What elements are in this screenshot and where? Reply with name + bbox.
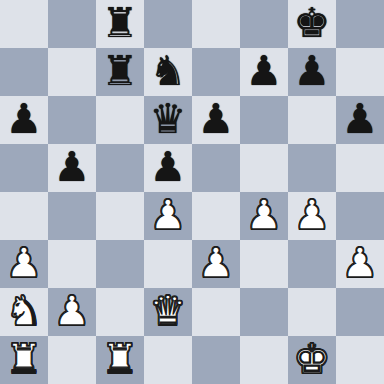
piece-white-pawn-h3[interactable]: ♟ <box>342 240 379 287</box>
square-g1[interactable]: ♚ <box>288 336 336 384</box>
square-g2[interactable] <box>288 288 336 336</box>
piece-black-rook-c7[interactable]: ♜ <box>102 48 139 95</box>
piece-white-king-g1[interactable]: ♚ <box>294 336 331 383</box>
square-g8[interactable]: ♚ <box>288 0 336 48</box>
square-a7[interactable] <box>0 48 48 96</box>
square-d2[interactable]: ♛ <box>144 288 192 336</box>
square-f1[interactable] <box>240 336 288 384</box>
square-e4[interactable] <box>192 192 240 240</box>
square-b4[interactable] <box>48 192 96 240</box>
square-c3[interactable] <box>96 240 144 288</box>
square-g5[interactable] <box>288 144 336 192</box>
piece-black-queen-d6[interactable]: ♛ <box>150 96 187 143</box>
piece-white-pawn-g4[interactable]: ♟ <box>294 192 331 239</box>
square-b3[interactable] <box>48 240 96 288</box>
square-b2[interactable]: ♟ <box>48 288 96 336</box>
piece-white-queen-d2[interactable]: ♛ <box>150 288 187 335</box>
square-b1[interactable] <box>48 336 96 384</box>
square-e1[interactable] <box>192 336 240 384</box>
piece-black-pawn-a6[interactable]: ♟ <box>6 96 43 143</box>
square-h8[interactable] <box>336 0 384 48</box>
square-g3[interactable] <box>288 240 336 288</box>
piece-white-pawn-e3[interactable]: ♟ <box>198 240 235 287</box>
square-a6[interactable]: ♟ <box>0 96 48 144</box>
square-f2[interactable] <box>240 288 288 336</box>
square-f5[interactable] <box>240 144 288 192</box>
square-d8[interactable] <box>144 0 192 48</box>
square-a1[interactable]: ♜ <box>0 336 48 384</box>
piece-white-pawn-d4[interactable]: ♟ <box>150 192 187 239</box>
piece-white-pawn-b2[interactable]: ♟ <box>54 288 91 335</box>
square-f8[interactable] <box>240 0 288 48</box>
square-e2[interactable] <box>192 288 240 336</box>
square-b5[interactable]: ♟ <box>48 144 96 192</box>
square-f4[interactable]: ♟ <box>240 192 288 240</box>
square-d5[interactable]: ♟ <box>144 144 192 192</box>
square-b8[interactable] <box>48 0 96 48</box>
piece-white-pawn-a3[interactable]: ♟ <box>6 240 43 287</box>
chess-board: ♜♚♜♞♟♟♟♛♟♟♟♟♟♟♟♟♟♟♞♟♛♜♜♚ <box>0 0 384 384</box>
piece-black-pawn-f7[interactable]: ♟ <box>246 48 283 95</box>
square-d4[interactable]: ♟ <box>144 192 192 240</box>
square-c8[interactable]: ♜ <box>96 0 144 48</box>
piece-black-knight-d7[interactable]: ♞ <box>150 48 187 95</box>
square-a4[interactable] <box>0 192 48 240</box>
square-c4[interactable] <box>96 192 144 240</box>
square-c2[interactable] <box>96 288 144 336</box>
piece-white-knight-a2[interactable]: ♞ <box>6 288 43 335</box>
square-f3[interactable] <box>240 240 288 288</box>
square-h1[interactable] <box>336 336 384 384</box>
square-g7[interactable]: ♟ <box>288 48 336 96</box>
square-g4[interactable]: ♟ <box>288 192 336 240</box>
square-h6[interactable]: ♟ <box>336 96 384 144</box>
piece-black-pawn-b5[interactable]: ♟ <box>54 144 91 191</box>
square-e5[interactable] <box>192 144 240 192</box>
square-h3[interactable]: ♟ <box>336 240 384 288</box>
square-c6[interactable] <box>96 96 144 144</box>
square-a2[interactable]: ♞ <box>0 288 48 336</box>
square-f7[interactable]: ♟ <box>240 48 288 96</box>
piece-white-rook-c1[interactable]: ♜ <box>102 336 139 383</box>
square-d1[interactable] <box>144 336 192 384</box>
piece-black-pawn-g7[interactable]: ♟ <box>294 48 331 95</box>
square-d7[interactable]: ♞ <box>144 48 192 96</box>
square-c7[interactable]: ♜ <box>96 48 144 96</box>
piece-black-pawn-d5[interactable]: ♟ <box>150 144 187 191</box>
square-e8[interactable] <box>192 0 240 48</box>
square-a5[interactable] <box>0 144 48 192</box>
square-a8[interactable] <box>0 0 48 48</box>
square-h2[interactable] <box>336 288 384 336</box>
square-b7[interactable] <box>48 48 96 96</box>
square-d6[interactable]: ♛ <box>144 96 192 144</box>
square-e7[interactable] <box>192 48 240 96</box>
square-c1[interactable]: ♜ <box>96 336 144 384</box>
square-d3[interactable] <box>144 240 192 288</box>
piece-black-rook-c8[interactable]: ♜ <box>102 0 139 47</box>
square-h4[interactable] <box>336 192 384 240</box>
square-e6[interactable]: ♟ <box>192 96 240 144</box>
square-f6[interactable] <box>240 96 288 144</box>
square-g6[interactable] <box>288 96 336 144</box>
piece-black-pawn-e6[interactable]: ♟ <box>198 96 235 143</box>
piece-black-king-g8[interactable]: ♚ <box>294 0 331 47</box>
square-e3[interactable]: ♟ <box>192 240 240 288</box>
piece-white-rook-a1[interactable]: ♜ <box>6 336 43 383</box>
square-b6[interactable] <box>48 96 96 144</box>
square-a3[interactable]: ♟ <box>0 240 48 288</box>
piece-white-pawn-f4[interactable]: ♟ <box>246 192 283 239</box>
square-h7[interactable] <box>336 48 384 96</box>
square-c5[interactable] <box>96 144 144 192</box>
piece-black-pawn-h6[interactable]: ♟ <box>342 96 379 143</box>
square-h5[interactable] <box>336 144 384 192</box>
